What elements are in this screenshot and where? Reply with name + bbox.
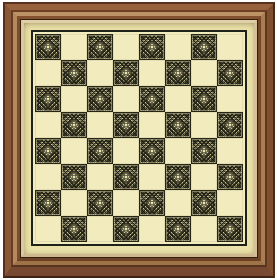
square-e5[interactable]: [139, 112, 165, 138]
square-c8[interactable]: [87, 34, 113, 60]
square-g2[interactable]: [191, 190, 217, 216]
square-b3[interactable]: [61, 164, 87, 190]
square-f3[interactable]: [165, 164, 191, 190]
square-e3[interactable]: [139, 164, 165, 190]
square-h2[interactable]: [217, 190, 243, 216]
frame-main-molding: [5, 4, 273, 276]
square-c7[interactable]: [87, 60, 113, 86]
square-h4[interactable]: [217, 138, 243, 164]
frame-inner-slope: [17, 16, 261, 261]
square-c2[interactable]: [87, 190, 113, 216]
square-f8[interactable]: [165, 34, 191, 60]
board-border-line: [31, 30, 247, 246]
frame-outer-edge: [3, 2, 275, 278]
square-h5[interactable]: [217, 112, 243, 138]
board-grid: [35, 34, 243, 242]
square-g7[interactable]: [191, 60, 217, 86]
square-h3[interactable]: [217, 164, 243, 190]
square-h6[interactable]: [217, 86, 243, 112]
square-e7[interactable]: [139, 60, 165, 86]
square-d1[interactable]: [113, 216, 139, 242]
square-b1[interactable]: [61, 216, 87, 242]
square-d3[interactable]: [113, 164, 139, 190]
frame-shadow-band: [11, 10, 267, 267]
square-a4[interactable]: [35, 138, 61, 164]
square-b8[interactable]: [61, 34, 87, 60]
frame-seam-line: [20, 19, 258, 258]
square-c4[interactable]: [87, 138, 113, 164]
square-h1[interactable]: [217, 216, 243, 242]
framed-chessboard-photo: [3, 2, 275, 278]
square-a6[interactable]: [35, 86, 61, 112]
square-e8[interactable]: [139, 34, 165, 60]
square-c5[interactable]: [87, 112, 113, 138]
square-d6[interactable]: [113, 86, 139, 112]
square-b6[interactable]: [61, 86, 87, 112]
square-a8[interactable]: [35, 34, 61, 60]
square-a2[interactable]: [35, 190, 61, 216]
square-c1[interactable]: [87, 216, 113, 242]
mat-border: [24, 23, 254, 254]
square-g4[interactable]: [191, 138, 217, 164]
square-e1[interactable]: [139, 216, 165, 242]
square-f6[interactable]: [165, 86, 191, 112]
square-f7[interactable]: [165, 60, 191, 86]
square-g6[interactable]: [191, 86, 217, 112]
square-b2[interactable]: [61, 190, 87, 216]
square-b7[interactable]: [61, 60, 87, 86]
square-e2[interactable]: [139, 190, 165, 216]
square-f5[interactable]: [165, 112, 191, 138]
square-d8[interactable]: [113, 34, 139, 60]
square-e4[interactable]: [139, 138, 165, 164]
square-g3[interactable]: [191, 164, 217, 190]
square-a1[interactable]: [35, 216, 61, 242]
square-f4[interactable]: [165, 138, 191, 164]
square-h8[interactable]: [217, 34, 243, 60]
square-d2[interactable]: [113, 190, 139, 216]
square-f2[interactable]: [165, 190, 191, 216]
frame-highlight-ridge: [13, 12, 265, 265]
square-b5[interactable]: [61, 112, 87, 138]
frame-inner-lip: [21, 20, 257, 257]
square-c6[interactable]: [87, 86, 113, 112]
square-d5[interactable]: [113, 112, 139, 138]
square-e6[interactable]: [139, 86, 165, 112]
square-a3[interactable]: [35, 164, 61, 190]
square-c3[interactable]: [87, 164, 113, 190]
square-d7[interactable]: [113, 60, 139, 86]
square-h7[interactable]: [217, 60, 243, 86]
square-g1[interactable]: [191, 216, 217, 242]
square-d4[interactable]: [113, 138, 139, 164]
square-b4[interactable]: [61, 138, 87, 164]
square-a5[interactable]: [35, 112, 61, 138]
square-g5[interactable]: [191, 112, 217, 138]
square-a7[interactable]: [35, 60, 61, 86]
square-g8[interactable]: [191, 34, 217, 60]
square-f1[interactable]: [165, 216, 191, 242]
